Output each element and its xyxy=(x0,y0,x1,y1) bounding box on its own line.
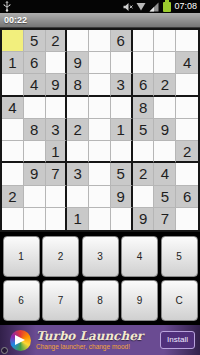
sudoku-cell-r4c6[interactable] xyxy=(111,97,133,119)
sudoku-cell-r9c7[interactable]: 9 xyxy=(133,208,155,230)
sudoku-cell-r2c2[interactable]: 6 xyxy=(24,52,46,74)
clock-text: 07:08 xyxy=(174,2,197,11)
keypad-button-9[interactable]: 9 xyxy=(121,280,158,321)
sudoku-cell-r6c8[interactable] xyxy=(154,141,176,163)
sudoku-cell-r2c3[interactable] xyxy=(46,52,68,74)
sudoku-cell-r7c3[interactable]: 7 xyxy=(46,163,68,185)
sudoku-cell-r3c6[interactable]: 3 xyxy=(111,74,133,96)
sudoku-cell-r7c7[interactable]: 2 xyxy=(133,163,155,185)
sudoku-cell-r4c8[interactable] xyxy=(154,97,176,119)
sudoku-cell-r9c3[interactable] xyxy=(46,208,68,230)
sudoku-cell-r5c5[interactable] xyxy=(89,119,111,141)
ad-banner[interactable]: Turbo Launcher Change launcher, change m… xyxy=(0,325,200,355)
keypad-button-3[interactable]: 3 xyxy=(82,236,119,277)
sudoku-cell-r9c1[interactable] xyxy=(2,208,24,230)
sudoku-cell-r9c9[interactable] xyxy=(176,208,198,230)
sudoku-cell-r6c1[interactable] xyxy=(2,141,24,163)
sudoku-cell-r5c6[interactable]: 1 xyxy=(111,119,133,141)
sudoku-cell-r3c9[interactable] xyxy=(176,74,198,96)
sudoku-cell-r1c2[interactable]: 5 xyxy=(24,30,46,52)
sudoku-cell-r8c6[interactable]: 9 xyxy=(111,186,133,208)
ad-subtitle: Change launcher, change mood! xyxy=(36,343,143,351)
sudoku-cell-r9c2[interactable] xyxy=(24,208,46,230)
sudoku-cell-r5c1[interactable] xyxy=(2,119,24,141)
sudoku-cell-r8c5[interactable] xyxy=(89,186,111,208)
sudoku-cell-r5c9[interactable] xyxy=(176,119,198,141)
sudoku-cell-r5c2[interactable]: 8 xyxy=(24,119,46,141)
sudoku-cell-r3c2[interactable]: 4 xyxy=(24,74,46,96)
signal-strength-icon xyxy=(149,2,159,12)
number-keypad: 12345 6789C xyxy=(0,232,200,325)
sudoku-cell-r2c7[interactable] xyxy=(133,52,155,74)
sudoku-cell-r9c8[interactable]: 7 xyxy=(154,208,176,230)
ad-app-logo-icon xyxy=(10,330,31,351)
sudoku-cell-r7c9[interactable] xyxy=(176,163,198,185)
sudoku-cell-r9c5[interactable] xyxy=(89,208,111,230)
sudoku-cell-r5c8[interactable]: 9 xyxy=(154,119,176,141)
sudoku-cell-r1c8[interactable] xyxy=(154,30,176,52)
sudoku-cell-r6c2[interactable] xyxy=(24,141,46,163)
sudoku-cell-r1c3[interactable]: 2 xyxy=(46,30,68,52)
sudoku-cell-r7c8[interactable]: 4 xyxy=(154,163,176,185)
sudoku-cell-r3c5[interactable] xyxy=(89,74,111,96)
sudoku-cell-r8c3[interactable] xyxy=(46,186,68,208)
keypad-row-1: 12345 xyxy=(0,236,200,277)
sudoku-cell-r4c1[interactable]: 4 xyxy=(2,97,24,119)
sudoku-cell-r3c8[interactable]: 2 xyxy=(154,74,176,96)
sudoku-cell-r4c4[interactable] xyxy=(67,97,89,119)
sudoku-cell-r8c4[interactable] xyxy=(67,186,89,208)
sudoku-cell-r2c1[interactable]: 1 xyxy=(2,52,24,74)
sudoku-cell-r9c6[interactable] xyxy=(111,208,133,230)
status-bar: 07:08 xyxy=(0,0,200,13)
keypad-row-2: 6789C xyxy=(0,280,200,321)
sudoku-cell-r8c9[interactable]: 6 xyxy=(176,186,198,208)
sudoku-cell-r4c2[interactable] xyxy=(24,97,46,119)
sudoku-cell-r4c3[interactable] xyxy=(46,97,68,119)
keypad-button-4[interactable]: 4 xyxy=(121,236,158,277)
sudoku-cell-r3c3[interactable]: 9 xyxy=(46,74,68,96)
sudoku-cell-r7c4[interactable]: 3 xyxy=(67,163,89,185)
battery-icon xyxy=(163,2,171,12)
keypad-button-1[interactable]: 1 xyxy=(3,236,40,277)
ad-title: Turbo Launcher xyxy=(36,330,143,343)
sudoku-cell-r7c1[interactable] xyxy=(2,163,24,185)
sudoku-cell-r2c9[interactable]: 4 xyxy=(176,52,198,74)
sudoku-cell-r1c1[interactable] xyxy=(2,30,24,52)
keypad-button-8[interactable]: 8 xyxy=(82,280,119,321)
sudoku-cell-r1c5[interactable] xyxy=(89,30,111,52)
sudoku-cell-r8c7[interactable] xyxy=(133,186,155,208)
sudoku-cell-r3c4[interactable]: 8 xyxy=(67,74,89,96)
status-bar-right: 07:08 xyxy=(123,2,197,12)
sudoku-cell-r9c4[interactable]: 1 xyxy=(67,208,89,230)
sudoku-cell-r6c4[interactable] xyxy=(67,141,89,163)
keypad-button-c[interactable]: C xyxy=(161,280,198,321)
sudoku-cell-r6c6[interactable] xyxy=(111,141,133,163)
sudoku-cell-r6c7[interactable] xyxy=(133,141,155,163)
sudoku-cell-r6c9[interactable]: 2 xyxy=(176,141,198,163)
sudoku-cell-r1c9[interactable] xyxy=(176,30,198,52)
volume-muted-icon xyxy=(123,2,133,12)
ad-info-icon xyxy=(1,347,8,354)
sudoku-cell-r5c3[interactable]: 3 xyxy=(46,119,68,141)
sudoku-cell-r3c1[interactable] xyxy=(2,74,24,96)
sudoku-cell-r4c5[interactable] xyxy=(89,97,111,119)
sudoku-cell-r2c8[interactable] xyxy=(154,52,176,74)
sudoku-cell-r8c1[interactable]: 2 xyxy=(2,186,24,208)
sudoku-cell-r7c2[interactable]: 9 xyxy=(24,163,46,185)
sudoku-cell-r2c4[interactable]: 9 xyxy=(67,52,89,74)
sudoku-cell-r7c6[interactable]: 5 xyxy=(111,163,133,185)
keypad-button-6[interactable]: 6 xyxy=(3,280,40,321)
sudoku-cell-r8c2[interactable] xyxy=(24,186,46,208)
sudoku-cell-r7c5[interactable] xyxy=(89,163,111,185)
sudoku-cell-r6c3[interactable]: 1 xyxy=(46,141,68,163)
keypad-button-5[interactable]: 5 xyxy=(161,236,198,277)
sudoku-cell-r2c6[interactable] xyxy=(111,52,133,74)
elapsed-time: 00:22 xyxy=(4,15,27,25)
sudoku-cell-r5c4[interactable]: 2 xyxy=(67,119,89,141)
usb-connected-icon xyxy=(3,1,11,12)
install-button[interactable]: Install xyxy=(160,331,195,349)
status-bar-left xyxy=(3,1,11,12)
keypad-button-7[interactable]: 7 xyxy=(42,280,79,321)
sudoku-cell-r1c6[interactable]: 6 xyxy=(111,30,133,52)
sudoku-board: 526169449836248832159129735242956197 xyxy=(0,28,200,232)
timer-bar: 00:22 xyxy=(0,13,200,28)
sudoku-cell-r1c7[interactable] xyxy=(133,30,155,52)
sudoku-cell-r6c5[interactable] xyxy=(89,141,111,163)
sudoku-cell-r3c7[interactable]: 6 xyxy=(133,74,155,96)
sudoku-cell-r8c8[interactable]: 5 xyxy=(154,186,176,208)
ad-text: Turbo Launcher Change launcher, change m… xyxy=(36,330,143,351)
sudoku-cell-r4c7[interactable]: 8 xyxy=(133,97,155,119)
sudoku-cell-r2c5[interactable] xyxy=(89,52,111,74)
sudoku-cell-r5c7[interactable]: 5 xyxy=(133,119,155,141)
wifi-icon xyxy=(136,2,146,11)
keypad-button-2[interactable]: 2 xyxy=(42,236,79,277)
sudoku-cell-r4c9[interactable] xyxy=(176,97,198,119)
screen: 07:08 00:22 5261694498362488321591297352… xyxy=(0,0,200,355)
sudoku-cell-r1c4[interactable] xyxy=(67,30,89,52)
